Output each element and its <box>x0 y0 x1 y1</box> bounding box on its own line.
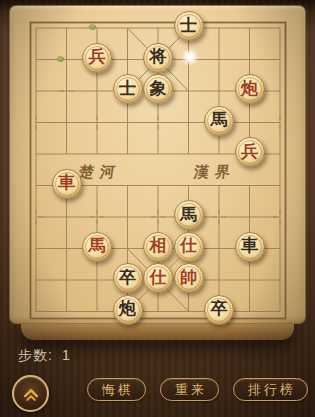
piece-glyph: 将 <box>150 48 167 65</box>
piece-glyph: 兵 <box>241 143 258 160</box>
piece-black-horse[interactable]: 馬 <box>204 106 234 136</box>
piece-black-pawn[interactable]: 卒 <box>113 263 143 293</box>
piece-glyph: 車 <box>241 237 258 254</box>
piece-black-chariot[interactable]: 車 <box>235 232 265 262</box>
piece-red-general[interactable]: 帥 <box>174 263 204 293</box>
move-count-label: 步数: <box>18 347 53 363</box>
piece-glyph: 兵 <box>89 48 106 65</box>
piece-glyph: 相 <box>150 237 167 254</box>
piece-black-advisor[interactable]: 士 <box>174 11 204 41</box>
river-label-left: 楚河 <box>78 163 123 182</box>
piece-glyph: 仕 <box>150 269 167 286</box>
piece-black-general[interactable]: 将 <box>143 43 173 73</box>
piece-red-horse[interactable]: 馬 <box>82 232 112 262</box>
piece-glyph: 馬 <box>180 206 197 223</box>
xiangqi-app: 楚河 漢界 士兵将士象炮馬兵車馬馬相仕車卒仕帥炮卒 步数:1 悔棋 重来 排行榜 <box>0 0 315 417</box>
piece-black-cannon[interactable]: 炮 <box>113 295 143 325</box>
leaderboard-button[interactable]: 排行榜 <box>233 378 308 401</box>
piece-black-pawn[interactable]: 卒 <box>204 295 234 325</box>
action-buttons: 悔棋 重来 排行榜 <box>87 378 308 401</box>
undo-button[interactable]: 悔棋 <box>87 378 146 401</box>
move-counter: 步数:1 <box>18 347 71 365</box>
piece-glyph: 炮 <box>119 300 136 317</box>
piece-glyph: 仕 <box>180 237 197 254</box>
expand-button[interactable] <box>12 375 49 412</box>
piece-red-chariot[interactable]: 車 <box>52 169 82 199</box>
piece-glyph: 馬 <box>89 237 106 254</box>
piece-red-cannon[interactable]: 炮 <box>235 74 265 104</box>
piece-glyph: 卒 <box>211 300 228 317</box>
move-count-value: 1 <box>62 347 71 363</box>
piece-red-advisor[interactable]: 仕 <box>143 263 173 293</box>
restart-button[interactable]: 重来 <box>160 378 219 401</box>
piece-glyph: 士 <box>180 17 197 34</box>
piece-glyph: 卒 <box>119 269 136 286</box>
piece-glyph: 馬 <box>211 111 228 128</box>
piece-red-elephant[interactable]: 相 <box>143 232 173 262</box>
river-label-right: 漢界 <box>193 163 238 182</box>
piece-black-advisor[interactable]: 士 <box>113 74 143 104</box>
piece-glyph: 象 <box>150 80 167 97</box>
piece-glyph: 炮 <box>241 80 258 97</box>
piece-red-advisor[interactable]: 仕 <box>174 232 204 262</box>
piece-glyph: 帥 <box>180 269 197 286</box>
piece-glyph: 士 <box>119 80 136 97</box>
piece-black-elephant[interactable]: 象 <box>143 74 173 104</box>
piece-glyph: 車 <box>58 174 75 191</box>
piece-black-horse[interactable]: 馬 <box>174 200 204 230</box>
chevron-up-icon <box>21 384 41 404</box>
bottom-toolbar: 悔棋 重来 排行榜 <box>0 374 315 414</box>
piece-red-pawn[interactable]: 兵 <box>235 137 265 167</box>
piece-red-pawn[interactable]: 兵 <box>82 43 112 73</box>
